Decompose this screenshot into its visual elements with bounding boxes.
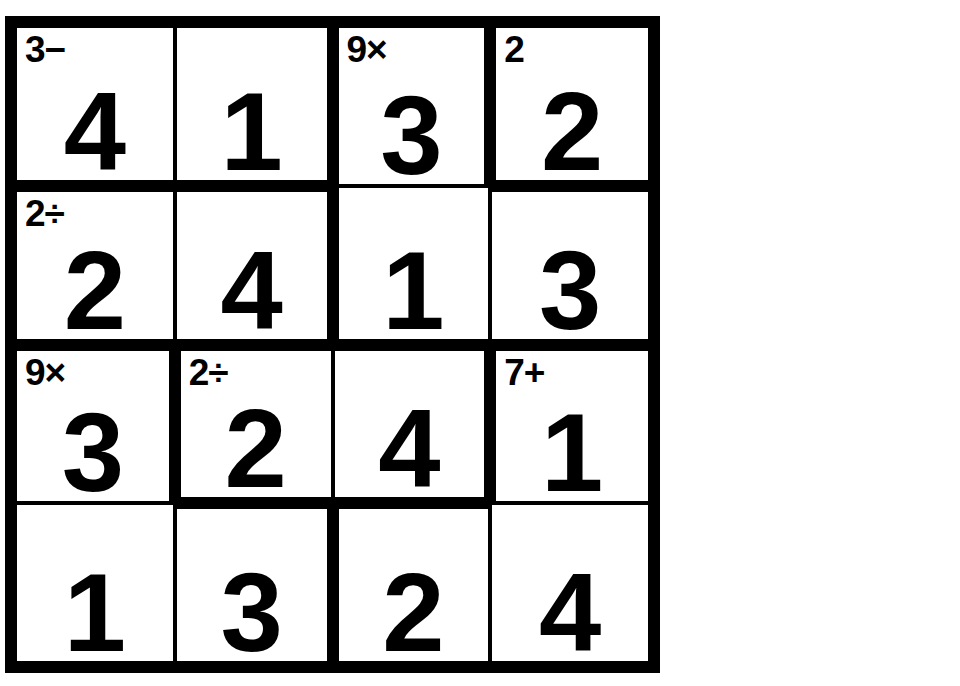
cell-value: 2 xyxy=(541,76,603,188)
cell-r2c3[interactable]: 1 xyxy=(333,186,491,344)
cage-clue: 7+ xyxy=(504,354,544,391)
cell-r4c1[interactable]: 1 xyxy=(17,503,175,661)
cell-value: 4 xyxy=(64,76,126,188)
cell-value: 2 xyxy=(224,393,286,505)
cell-r2c4[interactable]: 3 xyxy=(490,186,648,344)
cell-value: 2 xyxy=(382,557,444,669)
cell-value: 1 xyxy=(220,76,282,188)
cell-r2c1[interactable]: 2÷2 xyxy=(17,186,175,344)
cell-value: 1 xyxy=(382,235,444,347)
cell-r1c2[interactable]: 1 xyxy=(175,28,333,186)
cell-r4c4[interactable]: 4 xyxy=(490,503,648,661)
cell-value: 2 xyxy=(64,235,126,347)
cell-r3c4[interactable]: 7+1 xyxy=(490,345,648,503)
cell-r1c1[interactable]: 3−4 xyxy=(17,28,175,186)
cell-value: 3 xyxy=(220,557,282,669)
cell-r4c3[interactable]: 2 xyxy=(333,503,491,661)
puzzle-canvas: 3−419×3222÷24139×32÷247+11324 xyxy=(0,0,960,686)
cell-value: 4 xyxy=(378,393,440,505)
cage-clue: 2 xyxy=(504,31,524,68)
cell-value: 3 xyxy=(62,397,124,509)
cage-clue: 9× xyxy=(25,354,65,391)
cell-value: 1 xyxy=(541,397,603,509)
cell-value: 4 xyxy=(539,557,601,669)
cell-value: 4 xyxy=(220,235,282,347)
cell-r3c1[interactable]: 9×3 xyxy=(17,345,175,503)
cell-value: 3 xyxy=(539,235,601,347)
cell-r1c3[interactable]: 9×3 xyxy=(333,28,491,186)
kenken-board: 3−419×3222÷24139×32÷247+11324 xyxy=(5,16,660,673)
cell-value: 1 xyxy=(64,557,126,669)
cage-clue: 2÷ xyxy=(25,195,64,232)
cell-r4c2[interactable]: 3 xyxy=(175,503,333,661)
cell-r3c2[interactable]: 2÷2 xyxy=(175,345,333,503)
cell-r3c3[interactable]: 4 xyxy=(333,345,491,503)
cage-clue: 9× xyxy=(347,31,387,68)
cell-r1c4[interactable]: 22 xyxy=(490,28,648,186)
cage-clue: 2÷ xyxy=(189,354,228,391)
cage-clue: 3− xyxy=(25,31,65,68)
cell-value: 3 xyxy=(380,80,442,192)
cell-r2c2[interactable]: 4 xyxy=(175,186,333,344)
